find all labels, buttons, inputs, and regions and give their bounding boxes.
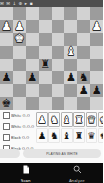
- black-king: ♚: [1, 98, 11, 110]
- white-piece-palette: ♟♞♝♜♛♚: [36, 112, 103, 127]
- white-king-icon: ♚: [100, 115, 103, 125]
- bottom-navigation: ScanAnalyze: [0, 163, 103, 183]
- white-bishop: ♝: [66, 46, 76, 58]
- board-square[interactable]: [39, 7, 52, 20]
- black-pawn-icon: ♟: [38, 131, 47, 141]
- board-square[interactable]: [13, 7, 26, 20]
- board-square[interactable]: [39, 84, 52, 97]
- black-knight: ♞: [79, 72, 89, 84]
- board-square[interactable]: [77, 33, 90, 46]
- white-king: ♚: [14, 33, 24, 45]
- white-pawn: ♟: [1, 21, 11, 33]
- board-square[interactable]: [90, 46, 103, 59]
- black-pawn: ♟: [1, 72, 11, 84]
- board-square[interactable]: [77, 7, 90, 20]
- palette-white-knight[interactable]: ♞: [48, 112, 60, 127]
- palette-white-pawn[interactable]: ♟: [36, 112, 48, 127]
- white-pawn-icon: ♟: [38, 115, 47, 125]
- board-square[interactable]: [64, 7, 77, 20]
- palette-black-rook[interactable]: ♜: [73, 128, 85, 143]
- chess-board[interactable]: ♟♟♟♚♝♜♟♟♟♞♟♟♚: [0, 7, 103, 110]
- palette-black-king[interactable]: ♚: [98, 128, 103, 143]
- position-editor-panel: White O-OWhite O-O-OBlack O-OBlack O-O-O…: [0, 110, 103, 163]
- castling-row: White O-O-O: [3, 124, 12, 129]
- playing-as-white-button[interactable]: PLAYING AS WHITE: [23, 149, 101, 158]
- white-rook-icon: ♜: [75, 115, 84, 125]
- board-square[interactable]: [64, 84, 77, 97]
- white-bishop-icon: ♝: [62, 115, 71, 125]
- board-square[interactable]: [13, 59, 26, 72]
- app-screen: ✉ ✉ ↓ ⊕ ▸ ▪ ▂▄▆ ▲ ▮ 1:10 AM ♟♟♟♚♝♜♟♟♟♞♟♟…: [0, 0, 103, 183]
- board-square[interactable]: [26, 20, 39, 33]
- board-square[interactable]: [90, 59, 103, 72]
- black-pawn: ♟: [79, 85, 89, 97]
- white-to-move-button[interactable]: WHITE TO MOVE: [0, 149, 20, 158]
- piece-palettes: ♟♞♝♜♛♚ ♟♞♝♜♛♚: [36, 112, 103, 144]
- nav-analyze[interactable]: Analyze: [52, 163, 104, 183]
- board-square[interactable]: [52, 46, 65, 59]
- board-square[interactable]: [13, 46, 26, 59]
- board-square[interactable]: [0, 46, 13, 59]
- board-square[interactable]: ♚: [0, 97, 13, 110]
- palette-white-bishop[interactable]: ♝: [61, 112, 73, 127]
- board-square[interactable]: ♟: [77, 84, 90, 97]
- board-square[interactable]: [77, 46, 90, 59]
- status-left-icons: ✉ ✉ ↓ ⊕ ▸ ▪: [0, 0, 66, 7]
- board-square[interactable]: [77, 97, 90, 110]
- board-square[interactable]: [13, 71, 26, 84]
- board-square[interactable]: [52, 33, 65, 46]
- board-square[interactable]: [26, 33, 39, 46]
- palette-black-bishop[interactable]: ♝: [61, 128, 73, 143]
- editor-toggle-buttons: WHITE TO MOVE PLAYING AS WHITE: [0, 149, 101, 158]
- black-king-icon: ♚: [100, 131, 103, 141]
- castling-row: White O-O: [3, 113, 12, 118]
- palette-black-queen[interactable]: ♛: [86, 128, 98, 143]
- castling-row: Black O-O: [3, 135, 12, 140]
- board-square[interactable]: ♚: [13, 33, 26, 46]
- black-bishop-icon: ♝: [62, 131, 71, 141]
- palette-white-king[interactable]: ♚: [98, 112, 103, 127]
- black-pawn: ♟: [91, 85, 101, 97]
- board-square[interactable]: [39, 97, 52, 110]
- playing-as-white-label: PLAYING AS WHITE: [46, 152, 78, 155]
- board-square[interactable]: ♟: [64, 71, 77, 84]
- white-queen-icon: ♛: [87, 115, 96, 125]
- board-square[interactable]: ♟: [90, 20, 103, 33]
- board-square[interactable]: ♟: [90, 84, 103, 97]
- nav-label: Scan: [21, 179, 31, 183]
- nav-scan[interactable]: Scan: [0, 163, 52, 183]
- board-square[interactable]: [26, 84, 39, 97]
- black-piece-palette: ♟♞♝♜♛♚: [36, 128, 103, 143]
- board-square[interactable]: ♟: [0, 71, 13, 84]
- black-pawn: ♟: [27, 72, 37, 84]
- board-square[interactable]: [52, 7, 65, 20]
- board-square[interactable]: [39, 71, 52, 84]
- board-square[interactable]: [0, 7, 13, 20]
- board-square[interactable]: [52, 97, 65, 110]
- checkbox-white-o-o[interactable]: [3, 112, 10, 119]
- board-square[interactable]: ♟: [0, 20, 13, 33]
- board-square[interactable]: [77, 20, 90, 33]
- black-rook-icon: ♜: [75, 131, 84, 141]
- board-square[interactable]: [39, 20, 52, 33]
- board-square[interactable]: ♜: [39, 59, 52, 72]
- board-square[interactable]: [26, 7, 39, 20]
- board-square[interactable]: [90, 97, 103, 110]
- board-square[interactable]: [39, 33, 52, 46]
- black-queen-icon: ♛: [87, 131, 96, 141]
- board-square[interactable]: [90, 33, 103, 46]
- board-square[interactable]: [52, 59, 65, 72]
- palette-white-rook[interactable]: ♜: [73, 112, 85, 127]
- palette-black-knight[interactable]: ♞: [48, 128, 60, 143]
- checkbox-black-o-o[interactable]: [3, 134, 10, 141]
- board-square[interactable]: [0, 33, 13, 46]
- checkbox-white-o-o-o[interactable]: [3, 123, 10, 130]
- white-knight-icon: ♞: [50, 115, 59, 125]
- status-right: ▂▄▆ ▲ ▮ 1:10 AM: [66, 0, 103, 7]
- status-bar: ✉ ✉ ↓ ⊕ ▸ ▪ ▂▄▆ ▲ ▮ 1:10 AM: [0, 0, 103, 7]
- board-square[interactable]: [64, 97, 77, 110]
- white-pawn: ♟: [91, 21, 101, 33]
- board-square[interactable]: [52, 84, 65, 97]
- scan-icon: [22, 159, 30, 178]
- nav-label: Analyze: [69, 179, 85, 183]
- board-square[interactable]: [13, 97, 26, 110]
- board-square[interactable]: ♝: [64, 46, 77, 59]
- palette-white-queen[interactable]: ♛: [86, 112, 98, 127]
- black-pawn: ♟: [66, 72, 76, 84]
- magnifier-icon: [73, 159, 82, 178]
- board-square[interactable]: [52, 71, 65, 84]
- board-square[interactable]: [26, 97, 39, 110]
- board-square[interactable]: ♟: [26, 71, 39, 84]
- board-square[interactable]: [64, 20, 77, 33]
- black-knight-icon: ♞: [50, 131, 59, 141]
- black-rook: ♜: [40, 59, 50, 71]
- board-square[interactable]: [52, 20, 65, 33]
- board-square[interactable]: [26, 46, 39, 59]
- white-pawn: ♟: [14, 21, 24, 33]
- board-square[interactable]: [13, 84, 26, 97]
- palette-black-pawn[interactable]: ♟: [36, 128, 48, 143]
- board-square[interactable]: [90, 7, 103, 20]
